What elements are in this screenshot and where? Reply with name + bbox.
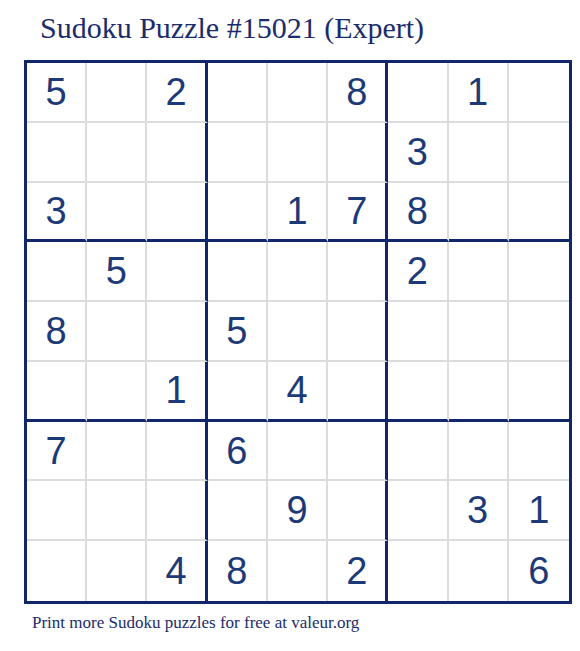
sudoku-cell-r2c8[interactable]	[449, 123, 509, 183]
sudoku-cell-r4c1[interactable]	[27, 242, 87, 302]
sudoku-cell-r3c8[interactable]	[449, 183, 509, 243]
sudoku-cell-r9c9[interactable]: 6	[509, 541, 569, 601]
sudoku-cell-r2c5[interactable]	[268, 123, 328, 183]
sudoku-cell-r7c8[interactable]	[449, 422, 509, 482]
sudoku-cell-r8c9[interactable]: 1	[509, 481, 569, 541]
sudoku-cell-r4c9[interactable]	[509, 242, 569, 302]
sudoku-cell-r9c7[interactable]	[388, 541, 448, 601]
sudoku-cell-r4c7[interactable]: 2	[388, 242, 448, 302]
sudoku-cell-r7c3[interactable]	[147, 422, 207, 482]
sudoku-cell-r5c5[interactable]	[268, 302, 328, 362]
sudoku-cell-r7c6[interactable]	[328, 422, 388, 482]
sudoku-cell-r4c5[interactable]	[268, 242, 328, 302]
sudoku-cell-r1c7[interactable]	[388, 63, 448, 123]
sudoku-cell-r5c1[interactable]: 8	[27, 302, 87, 362]
sudoku-cell-r6c1[interactable]	[27, 362, 87, 422]
sudoku-cell-r8c2[interactable]	[87, 481, 147, 541]
sudoku-cell-r2c1[interactable]	[27, 123, 87, 183]
sudoku-cell-r5c2[interactable]	[87, 302, 147, 362]
sudoku-cell-r8c4[interactable]	[208, 481, 268, 541]
sudoku-cell-r6c3[interactable]: 1	[147, 362, 207, 422]
sudoku-cell-r5c8[interactable]	[449, 302, 509, 362]
sudoku-cell-r2c6[interactable]	[328, 123, 388, 183]
footer-text: Print more Sudoku puzzles for free at va…	[32, 613, 359, 633]
sudoku-cell-r4c6[interactable]	[328, 242, 388, 302]
sudoku-cell-r1c4[interactable]	[208, 63, 268, 123]
sudoku-cell-r4c8[interactable]	[449, 242, 509, 302]
sudoku-cell-r3c9[interactable]	[509, 183, 569, 243]
sudoku-cell-r7c7[interactable]	[388, 422, 448, 482]
sudoku-cell-r7c1[interactable]: 7	[27, 422, 87, 482]
sudoku-cell-r6c8[interactable]	[449, 362, 509, 422]
sudoku-cell-r6c9[interactable]	[509, 362, 569, 422]
sudoku-cell-r1c5[interactable]	[268, 63, 328, 123]
sudoku-cell-r9c4[interactable]: 8	[208, 541, 268, 601]
sudoku-cell-r3c6[interactable]: 7	[328, 183, 388, 243]
sudoku-cell-r1c9[interactable]	[509, 63, 569, 123]
sudoku-cell-r7c5[interactable]	[268, 422, 328, 482]
sudoku-cell-r9c2[interactable]	[87, 541, 147, 601]
sudoku-cell-r7c9[interactable]	[509, 422, 569, 482]
sudoku-cell-r1c1[interactable]: 5	[27, 63, 87, 123]
sudoku-cell-r4c3[interactable]	[147, 242, 207, 302]
sudoku-cell-r9c8[interactable]	[449, 541, 509, 601]
sudoku-cell-r3c3[interactable]	[147, 183, 207, 243]
sudoku-cell-r4c4[interactable]	[208, 242, 268, 302]
sudoku-cell-r2c9[interactable]	[509, 123, 569, 183]
sudoku-cell-r9c1[interactable]	[27, 541, 87, 601]
sudoku-cell-r5c7[interactable]	[388, 302, 448, 362]
sudoku-cell-r6c2[interactable]	[87, 362, 147, 422]
sudoku-print-page: Sudoku Puzzle #15021 (Expert) 5281331785…	[0, 0, 580, 651]
sudoku-cell-r6c7[interactable]	[388, 362, 448, 422]
page-title: Sudoku Puzzle #15021 (Expert)	[40, 11, 424, 45]
sudoku-cell-r3c4[interactable]	[208, 183, 268, 243]
sudoku-cell-r1c2[interactable]	[87, 63, 147, 123]
sudoku-cell-r3c7[interactable]: 8	[388, 183, 448, 243]
sudoku-cell-r8c8[interactable]: 3	[449, 481, 509, 541]
sudoku-cell-r2c3[interactable]	[147, 123, 207, 183]
sudoku-cell-r1c6[interactable]: 8	[328, 63, 388, 123]
sudoku-cell-r8c1[interactable]	[27, 481, 87, 541]
sudoku-cell-r5c3[interactable]	[147, 302, 207, 362]
sudoku-cell-r1c3[interactable]: 2	[147, 63, 207, 123]
sudoku-cell-r8c5[interactable]: 9	[268, 481, 328, 541]
sudoku-cell-r7c4[interactable]: 6	[208, 422, 268, 482]
sudoku-cell-r9c6[interactable]: 2	[328, 541, 388, 601]
sudoku-cell-r2c4[interactable]	[208, 123, 268, 183]
sudoku-cell-r5c4[interactable]: 5	[208, 302, 268, 362]
sudoku-cell-r1c8[interactable]: 1	[449, 63, 509, 123]
sudoku-cell-r6c5[interactable]: 4	[268, 362, 328, 422]
sudoku-cell-r4c2[interactable]: 5	[87, 242, 147, 302]
sudoku-cell-r7c2[interactable]	[87, 422, 147, 482]
sudoku-cell-r2c2[interactable]	[87, 123, 147, 183]
sudoku-cell-r3c5[interactable]: 1	[268, 183, 328, 243]
sudoku-cell-r8c6[interactable]	[328, 481, 388, 541]
sudoku-cell-r2c7[interactable]: 3	[388, 123, 448, 183]
sudoku-board: 528133178528514769314826	[24, 60, 572, 604]
sudoku-cell-r5c9[interactable]	[509, 302, 569, 362]
sudoku-cell-r5c6[interactable]	[328, 302, 388, 362]
sudoku-cell-r6c6[interactable]	[328, 362, 388, 422]
sudoku-cell-r3c1[interactable]: 3	[27, 183, 87, 243]
sudoku-cell-r6c4[interactable]	[208, 362, 268, 422]
sudoku-cell-r3c2[interactable]	[87, 183, 147, 243]
sudoku-cell-r9c3[interactable]: 4	[147, 541, 207, 601]
sudoku-cell-r9c5[interactable]	[268, 541, 328, 601]
sudoku-cell-r8c7[interactable]	[388, 481, 448, 541]
sudoku-cell-r8c3[interactable]	[147, 481, 207, 541]
